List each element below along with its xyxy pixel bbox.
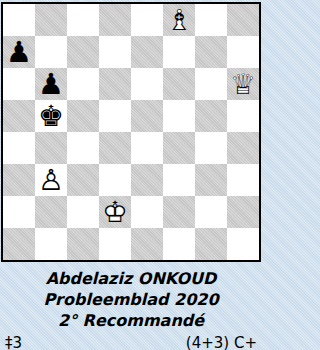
square-f5 (163, 100, 195, 132)
stipulation-label: ‡3 (5, 334, 22, 350)
square-b2 (35, 196, 67, 228)
square-g1 (195, 228, 227, 260)
square-e8 (131, 4, 163, 36)
count-and-test: (4+3) C+ (186, 334, 257, 350)
square-b1 (35, 228, 67, 260)
square-e3 (131, 164, 163, 196)
square-a4 (3, 132, 35, 164)
problem-diagram-page: ♝♗♟♟♛♕♚♟♙♚♔ Abdelaziz ONKOUD Probleembla… (0, 2, 262, 350)
square-a2 (3, 196, 35, 228)
square-g7 (195, 36, 227, 68)
square-h3 (227, 164, 259, 196)
square-e4 (131, 132, 163, 164)
source-line: Probleemblad 2020 (0, 289, 262, 310)
square-d4 (99, 132, 131, 164)
award-line: 2° Recommandé (0, 310, 262, 331)
square-f8: ♝♗ (163, 4, 195, 36)
square-b7 (35, 36, 67, 68)
black-pawn-a7: ♟ (3, 36, 35, 68)
square-e6 (131, 68, 163, 100)
white-bishop-f8: ♝♗ (163, 4, 195, 36)
square-d5 (99, 100, 131, 132)
square-d7 (99, 36, 131, 68)
square-a5 (3, 100, 35, 132)
square-g2 (195, 196, 227, 228)
square-e5 (131, 100, 163, 132)
author-line: Abdelaziz ONKOUD (0, 268, 262, 289)
square-c3 (67, 164, 99, 196)
square-g6 (195, 68, 227, 100)
chess-board: ♝♗♟♟♛♕♚♟♙♚♔ (1, 2, 261, 262)
caption-block: Abdelaziz ONKOUD Probleemblad 2020 2° Re… (0, 262, 262, 350)
square-c5 (67, 100, 99, 132)
square-b8 (35, 4, 67, 36)
square-h1 (227, 228, 259, 260)
square-a6 (3, 68, 35, 100)
square-d6 (99, 68, 131, 100)
square-e1 (131, 228, 163, 260)
white-king-d2: ♚♔ (99, 196, 131, 228)
square-d2: ♚♔ (99, 196, 131, 228)
white-queen-h6: ♛♕ (227, 68, 259, 100)
square-c8 (67, 4, 99, 36)
square-f2 (163, 196, 195, 228)
square-b4 (35, 132, 67, 164)
black-king-b5: ♚ (35, 100, 67, 132)
square-c1 (67, 228, 99, 260)
square-h8 (227, 4, 259, 36)
computer-tested-label: C+ (234, 334, 257, 350)
square-h7 (227, 36, 259, 68)
square-f6 (163, 68, 195, 100)
footer-row: ‡3 (4+3) C+ (0, 331, 262, 350)
square-b3: ♟♙ (35, 164, 67, 196)
square-h2 (227, 196, 259, 228)
square-a1 (3, 228, 35, 260)
material-count: (4+3) (186, 334, 229, 350)
square-a8 (3, 4, 35, 36)
square-a7: ♟ (3, 36, 35, 68)
square-f4 (163, 132, 195, 164)
square-g8 (195, 4, 227, 36)
square-a3 (3, 164, 35, 196)
square-h6: ♛♕ (227, 68, 259, 100)
square-e7 (131, 36, 163, 68)
black-pawn-b6: ♟ (35, 68, 67, 100)
square-b6: ♟ (35, 68, 67, 100)
square-c4 (67, 132, 99, 164)
square-f7 (163, 36, 195, 68)
square-g3 (195, 164, 227, 196)
square-h5 (227, 100, 259, 132)
square-c7 (67, 36, 99, 68)
square-b5: ♚ (35, 100, 67, 132)
square-f3 (163, 164, 195, 196)
square-g4 (195, 132, 227, 164)
square-g5 (195, 100, 227, 132)
square-d1 (99, 228, 131, 260)
square-c2 (67, 196, 99, 228)
square-c6 (67, 68, 99, 100)
square-d3 (99, 164, 131, 196)
square-h4 (227, 132, 259, 164)
square-e2 (131, 196, 163, 228)
square-d8 (99, 4, 131, 36)
white-pawn-b3: ♟♙ (35, 164, 67, 196)
square-f1 (163, 228, 195, 260)
